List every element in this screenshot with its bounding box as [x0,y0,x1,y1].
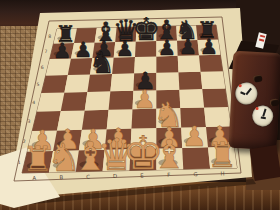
piece-black-p-d7[interactable]: ♟ [116,37,135,61]
chess-clock [228,30,280,156]
rank-label-6: 6 [41,65,44,70]
chessboard-photo-scene: ABCDEFGH12345678♜♝♛♚♝♞♜♟♟♟♟♟♟♟♞♟♟♞♟♟♟♟♟♟… [0,0,280,210]
clock-hour-hand-icon [261,117,266,119]
square-a4[interactable] [37,92,65,111]
clock-button-left[interactable] [253,74,263,82]
rank-label-7: 7 [45,49,48,54]
clock-button-right[interactable] [269,98,279,106]
clock-flag-right-icon [256,107,259,110]
file-label-G: G [193,171,197,177]
square-f5[interactable] [156,72,179,90]
piece-black-p-a7[interactable]: ♟ [53,39,72,63]
square-b5[interactable] [64,74,90,92]
square-d4[interactable] [109,91,134,110]
clock-base-shadow [250,145,280,181]
square-g5[interactable] [179,72,203,90]
piece-black-p-h7[interactable]: ♟ [199,35,218,59]
square-h4[interactable] [202,89,228,108]
rank-label-5: 5 [37,82,40,87]
rank-label-1: 1 [18,160,21,165]
piece-white-b-f1[interactable]: ♝ [152,131,188,177]
piece-black-p-f7[interactable]: ♟ [157,36,176,60]
square-h5[interactable] [201,71,226,89]
clock-dial-left [235,82,258,105]
square-b4[interactable] [61,92,88,111]
rank-label-8: 8 [48,34,51,39]
clock-flag-left-icon [239,84,242,87]
square-a5[interactable] [41,75,67,93]
clock-body [228,51,280,150]
square-c4[interactable] [85,91,111,110]
clock-minute-hand-icon [262,109,266,117]
rank-label-4: 4 [32,100,35,105]
piece-black-n-c6[interactable]: ♞ [89,45,116,80]
clock-hour-hand-icon [240,92,245,95]
clock-dial-right [252,105,274,127]
piece-black-p-g7[interactable]: ♟ [178,35,197,59]
clock-minute-hand-icon [245,88,251,95]
